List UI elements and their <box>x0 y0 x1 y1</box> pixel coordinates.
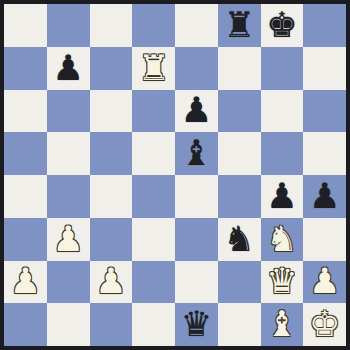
square-h2[interactable]: ♟ <box>303 261 346 304</box>
square-g8[interactable]: ♚ <box>261 4 304 47</box>
square-e2[interactable] <box>175 261 218 304</box>
square-a3[interactable] <box>4 218 47 261</box>
square-a4[interactable] <box>4 175 47 218</box>
square-b2[interactable] <box>47 261 90 304</box>
square-d4[interactable] <box>132 175 175 218</box>
square-f8[interactable]: ♜ <box>218 4 261 47</box>
square-c1[interactable] <box>90 303 133 346</box>
square-f3[interactable]: ♞ <box>218 218 261 261</box>
square-c5[interactable] <box>90 132 133 175</box>
square-a2[interactable]: ♟ <box>4 261 47 304</box>
square-h4[interactable]: ♟ <box>303 175 346 218</box>
white-pawn[interactable]: ♟ <box>52 222 83 257</box>
square-e4[interactable] <box>175 175 218 218</box>
square-h3[interactable] <box>303 218 346 261</box>
square-h8[interactable] <box>303 4 346 47</box>
white-pawn[interactable]: ♟ <box>10 264 41 299</box>
black-rook[interactable]: ♜ <box>223 8 254 43</box>
white-king[interactable]: ♚ <box>309 307 340 342</box>
square-d2[interactable] <box>132 261 175 304</box>
square-a1[interactable] <box>4 303 47 346</box>
black-knight[interactable]: ♞ <box>223 222 254 257</box>
chess-board: ♜♚♟♜♟♝♟♟♟♞♞♟♟♛♟♛♝♚ <box>4 4 346 346</box>
square-g1[interactable]: ♝ <box>261 303 304 346</box>
black-king[interactable]: ♚ <box>266 8 297 43</box>
black-bishop[interactable]: ♝ <box>181 136 212 171</box>
square-a6[interactable] <box>4 90 47 133</box>
square-e6[interactable]: ♟ <box>175 90 218 133</box>
square-b3[interactable]: ♟ <box>47 218 90 261</box>
board-frame: ♜♚♟♜♟♝♟♟♟♞♞♟♟♛♟♛♝♚ <box>0 0 350 350</box>
square-e5[interactable]: ♝ <box>175 132 218 175</box>
square-g6[interactable] <box>261 90 304 133</box>
square-g4[interactable]: ♟ <box>261 175 304 218</box>
square-a8[interactable] <box>4 4 47 47</box>
black-pawn[interactable]: ♟ <box>52 51 83 86</box>
square-d7[interactable]: ♜ <box>132 47 175 90</box>
square-b8[interactable] <box>47 4 90 47</box>
square-f4[interactable] <box>218 175 261 218</box>
square-f7[interactable] <box>218 47 261 90</box>
square-g2[interactable]: ♛ <box>261 261 304 304</box>
square-f2[interactable] <box>218 261 261 304</box>
white-queen[interactable]: ♛ <box>266 264 297 299</box>
square-b6[interactable] <box>47 90 90 133</box>
white-pawn[interactable]: ♟ <box>309 264 340 299</box>
square-b1[interactable] <box>47 303 90 346</box>
square-d8[interactable] <box>132 4 175 47</box>
square-h1[interactable]: ♚ <box>303 303 346 346</box>
white-pawn[interactable]: ♟ <box>95 264 126 299</box>
square-e8[interactable] <box>175 4 218 47</box>
square-a7[interactable] <box>4 47 47 90</box>
black-pawn[interactable]: ♟ <box>181 93 212 128</box>
square-d5[interactable] <box>132 132 175 175</box>
square-f5[interactable] <box>218 132 261 175</box>
square-b4[interactable] <box>47 175 90 218</box>
square-h5[interactable] <box>303 132 346 175</box>
black-pawn[interactable]: ♟ <box>309 179 340 214</box>
square-h7[interactable] <box>303 47 346 90</box>
square-e7[interactable] <box>175 47 218 90</box>
white-bishop[interactable]: ♝ <box>266 307 297 342</box>
square-h6[interactable] <box>303 90 346 133</box>
square-f1[interactable] <box>218 303 261 346</box>
square-g7[interactable] <box>261 47 304 90</box>
square-b7[interactable]: ♟ <box>47 47 90 90</box>
square-c3[interactable] <box>90 218 133 261</box>
square-c4[interactable] <box>90 175 133 218</box>
black-pawn[interactable]: ♟ <box>266 179 297 214</box>
square-b5[interactable] <box>47 132 90 175</box>
white-knight[interactable]: ♞ <box>266 222 297 257</box>
square-e1[interactable]: ♛ <box>175 303 218 346</box>
square-e3[interactable] <box>175 218 218 261</box>
square-g5[interactable] <box>261 132 304 175</box>
square-c7[interactable] <box>90 47 133 90</box>
square-d6[interactable] <box>132 90 175 133</box>
square-g3[interactable]: ♞ <box>261 218 304 261</box>
square-f6[interactable] <box>218 90 261 133</box>
square-c8[interactable] <box>90 4 133 47</box>
square-c2[interactable]: ♟ <box>90 261 133 304</box>
black-queen[interactable]: ♛ <box>181 307 212 342</box>
square-d1[interactable] <box>132 303 175 346</box>
square-c6[interactable] <box>90 90 133 133</box>
square-d3[interactable] <box>132 218 175 261</box>
white-rook[interactable]: ♜ <box>138 51 169 86</box>
square-a5[interactable] <box>4 132 47 175</box>
